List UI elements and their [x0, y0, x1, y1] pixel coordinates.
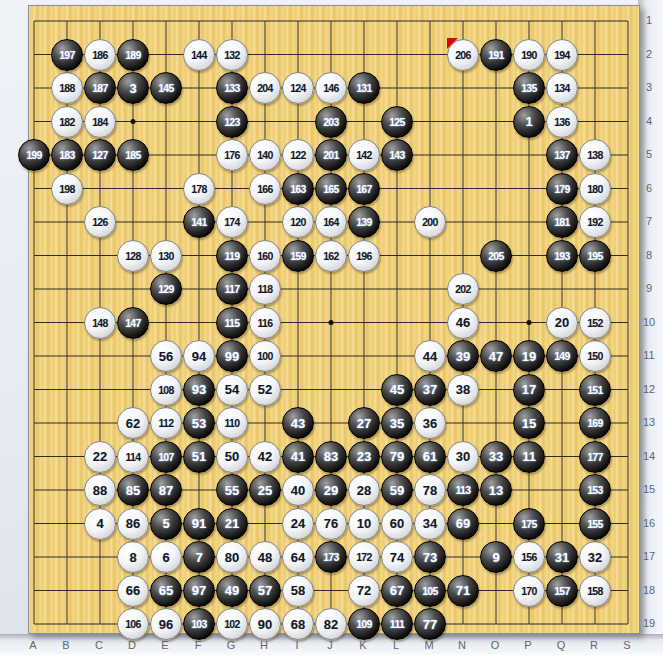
stone-N11: 39 [447, 340, 479, 372]
stone-R14: 177 [579, 441, 611, 473]
stone-G12: 54 [216, 374, 248, 406]
stone-N14: 30 [447, 441, 479, 473]
row-label-11: 11 [643, 349, 654, 361]
stone-F18: 97 [183, 575, 215, 607]
stone-I17: 64 [282, 541, 314, 573]
stone-R18: 158 [579, 575, 611, 607]
row-label-7: 7 [646, 215, 652, 227]
row-label-9: 9 [646, 282, 652, 294]
stone-A5: 199 [18, 139, 50, 171]
stone-G3: 133 [216, 72, 248, 104]
stone-N15: 113 [447, 474, 479, 506]
row-label-3: 3 [646, 81, 652, 93]
stone-J17: 173 [315, 541, 347, 573]
stone-R7: 192 [579, 206, 611, 238]
stone-C15: 88 [84, 474, 116, 506]
stone-E14: 107 [150, 441, 182, 473]
stone-R15: 153 [579, 474, 611, 506]
stone-P17: 156 [513, 541, 545, 573]
stone-Q2: 194 [546, 39, 578, 71]
stone-G7: 174 [216, 206, 248, 238]
stone-P12: 17 [513, 374, 545, 406]
stone-K17: 172 [348, 541, 380, 573]
column-label-I: I [295, 639, 298, 651]
stone-P11: 19 [513, 340, 545, 372]
stone-J19: 82 [315, 608, 347, 640]
stone-N16: 69 [447, 508, 479, 540]
stone-R12: 151 [579, 374, 611, 406]
column-label-C: C [95, 639, 103, 651]
stone-G13: 110 [216, 407, 248, 439]
stone-F14: 51 [183, 441, 215, 473]
stone-D8: 128 [117, 240, 149, 272]
row-label-19: 19 [643, 617, 655, 629]
stone-Q5: 137 [546, 139, 578, 171]
stone-E8: 130 [150, 240, 182, 272]
stone-H19: 90 [249, 608, 281, 640]
stone-L4: 125 [381, 106, 413, 138]
row-label-4: 4 [646, 115, 652, 127]
stone-F17: 7 [183, 541, 215, 573]
stone-B5: 183 [51, 139, 83, 171]
stone-G15: 55 [216, 474, 248, 506]
stone-M19: 77 [414, 608, 446, 640]
stone-I18: 58 [282, 575, 314, 607]
stone-K16: 10 [348, 508, 380, 540]
stone-F2: 144 [183, 39, 215, 71]
stone-P2: 190 [513, 39, 545, 71]
stone-H18: 57 [249, 575, 281, 607]
stone-E18: 65 [150, 575, 182, 607]
stone-E13: 112 [150, 407, 182, 439]
stone-I15: 40 [282, 474, 314, 506]
stone-G17: 80 [216, 541, 248, 573]
stone-D14: 114 [117, 441, 149, 473]
stone-R5: 138 [579, 139, 611, 171]
stone-D13: 62 [117, 407, 149, 439]
stone-Q18: 157 [546, 575, 578, 607]
stone-Q10: 20 [546, 307, 578, 339]
row-label-5: 5 [646, 148, 652, 160]
stone-Q7: 181 [546, 206, 578, 238]
stone-G8: 119 [216, 240, 248, 272]
stone-Q11: 149 [546, 340, 578, 372]
stone-E16: 5 [150, 508, 182, 540]
stone-H15: 25 [249, 474, 281, 506]
stone-H9: 118 [249, 273, 281, 305]
stone-R11: 150 [579, 340, 611, 372]
row-label-12: 12 [643, 383, 655, 395]
stone-G2: 132 [216, 39, 248, 71]
stone-R13: 169 [579, 407, 611, 439]
column-label-L: L [393, 639, 399, 651]
stone-E11: 56 [150, 340, 182, 372]
stone-O15: 13 [480, 474, 512, 506]
last-move-marker [447, 38, 458, 49]
stone-M12: 37 [414, 374, 446, 406]
column-label-G: G [227, 639, 236, 651]
stone-G14: 50 [216, 441, 248, 473]
stone-E19: 96 [150, 608, 182, 640]
stone-B3: 188 [51, 72, 83, 104]
row-label-13: 13 [643, 416, 655, 428]
stone-L17: 74 [381, 541, 413, 573]
stone-M18: 105 [414, 575, 446, 607]
stone-P3: 135 [513, 72, 545, 104]
stone-I3: 124 [282, 72, 314, 104]
column-label-E: E [161, 639, 168, 651]
stone-L14: 79 [381, 441, 413, 473]
stone-N18: 71 [447, 575, 479, 607]
stone-E17: 6 [150, 541, 182, 573]
stone-N12: 38 [447, 374, 479, 406]
stone-J8: 162 [315, 240, 347, 272]
stone-F7: 141 [183, 206, 215, 238]
stone-D15: 85 [117, 474, 149, 506]
row-label-18: 18 [643, 584, 655, 596]
stone-H5: 140 [249, 139, 281, 171]
stone-L16: 60 [381, 508, 413, 540]
stone-I13: 43 [282, 407, 314, 439]
stone-L15: 59 [381, 474, 413, 506]
stone-E9: 129 [150, 273, 182, 305]
stone-I8: 159 [282, 240, 314, 272]
stone-C5: 127 [84, 139, 116, 171]
column-label-R: R [590, 639, 598, 651]
stone-M7: 200 [414, 206, 446, 238]
stone-J3: 146 [315, 72, 347, 104]
stone-E15: 87 [150, 474, 182, 506]
stone-O17: 9 [480, 541, 512, 573]
stone-B2: 197 [51, 39, 83, 71]
stone-G19: 102 [216, 608, 248, 640]
stone-P4: 1 [513, 106, 545, 138]
stone-O2: 191 [480, 39, 512, 71]
stone-R10: 152 [579, 307, 611, 339]
column-label-K: K [359, 639, 366, 651]
stone-M11: 44 [414, 340, 446, 372]
column-label-P: P [524, 639, 531, 651]
stone-B4: 182 [51, 106, 83, 138]
stone-C2: 186 [84, 39, 116, 71]
stone-K19: 109 [348, 608, 380, 640]
stone-K7: 139 [348, 206, 380, 238]
column-label-B: B [62, 639, 69, 651]
stone-J14: 83 [315, 441, 347, 473]
stone-G18: 49 [216, 575, 248, 607]
stone-D10: 147 [117, 307, 149, 339]
stone-O11: 47 [480, 340, 512, 372]
stone-G10: 115 [216, 307, 248, 339]
stone-K6: 167 [348, 173, 380, 205]
stone-F16: 91 [183, 508, 215, 540]
stone-J5: 201 [315, 139, 347, 171]
stone-K18: 72 [348, 575, 380, 607]
row-label-15: 15 [643, 483, 655, 495]
stone-R8: 195 [579, 240, 611, 272]
stone-N10: 46 [447, 307, 479, 339]
stone-D19: 106 [117, 608, 149, 640]
stone-F6: 178 [183, 173, 215, 205]
stone-J16: 76 [315, 508, 347, 540]
stone-M17: 73 [414, 541, 446, 573]
stone-P16: 175 [513, 508, 545, 540]
stone-M15: 78 [414, 474, 446, 506]
stone-H12: 52 [249, 374, 281, 406]
stone-H6: 166 [249, 173, 281, 205]
column-label-H: H [260, 639, 268, 651]
stone-J7: 164 [315, 206, 347, 238]
column-label-J: J [327, 639, 333, 651]
row-label-17: 17 [643, 550, 655, 562]
stone-Q4: 136 [546, 106, 578, 138]
row-label-2: 2 [646, 48, 652, 60]
stone-L19: 111 [381, 608, 413, 640]
stone-M14: 61 [414, 441, 446, 473]
stone-I16: 24 [282, 508, 314, 540]
stone-layer: 1345678910111315171920212223242527282930… [18, 4, 645, 641]
stone-H17: 48 [249, 541, 281, 573]
stone-F13: 53 [183, 407, 215, 439]
stone-E12: 108 [150, 374, 182, 406]
stone-J15: 29 [315, 474, 347, 506]
column-label-O: O [491, 639, 500, 651]
stone-J4: 203 [315, 106, 347, 138]
stone-D2: 189 [117, 39, 149, 71]
stone-K13: 27 [348, 407, 380, 439]
stone-N9: 202 [447, 273, 479, 305]
stone-I14: 41 [282, 441, 314, 473]
column-label-N: N [458, 639, 466, 651]
column-label-D: D [128, 639, 136, 651]
go-board[interactable]: 1345678910111315171920212223242527282930… [28, 5, 640, 634]
stone-F11: 94 [183, 340, 215, 372]
stone-D16: 86 [117, 508, 149, 540]
stone-K8: 196 [348, 240, 380, 272]
stone-P18: 170 [513, 575, 545, 607]
stone-Q3: 134 [546, 72, 578, 104]
row-label-8: 8 [646, 249, 652, 261]
stone-I19: 68 [282, 608, 314, 640]
stone-F19: 103 [183, 608, 215, 640]
stone-B6: 198 [51, 173, 83, 205]
stone-O14: 33 [480, 441, 512, 473]
column-label-F: F [195, 639, 202, 651]
stone-G11: 99 [216, 340, 248, 372]
stone-Q8: 193 [546, 240, 578, 272]
stone-D17: 8 [117, 541, 149, 573]
column-label-A: A [29, 639, 36, 651]
column-label-Q: Q [557, 639, 566, 651]
stone-P13: 15 [513, 407, 545, 439]
column-label-M: M [424, 639, 433, 651]
stone-L12: 45 [381, 374, 413, 406]
stone-C4: 184 [84, 106, 116, 138]
stone-D5: 185 [117, 139, 149, 171]
stone-K14: 23 [348, 441, 380, 473]
stone-F12: 93 [183, 374, 215, 406]
stone-L13: 35 [381, 407, 413, 439]
column-label-S: S [623, 639, 630, 651]
stone-R16: 155 [579, 508, 611, 540]
stone-C7: 126 [84, 206, 116, 238]
stone-C10: 148 [84, 307, 116, 339]
row-label-14: 14 [643, 450, 655, 462]
stone-H11: 100 [249, 340, 281, 372]
stone-Q17: 31 [546, 541, 578, 573]
stone-J6: 165 [315, 173, 347, 205]
stone-K15: 28 [348, 474, 380, 506]
row-label-1: 1 [646, 14, 652, 26]
stone-H3: 204 [249, 72, 281, 104]
stone-K3: 131 [348, 72, 380, 104]
stone-R17: 32 [579, 541, 611, 573]
stone-C16: 4 [84, 508, 116, 540]
stone-G9: 117 [216, 273, 248, 305]
stone-H8: 160 [249, 240, 281, 272]
stone-Q6: 179 [546, 173, 578, 205]
stone-L5: 143 [381, 139, 413, 171]
stone-G16: 21 [216, 508, 248, 540]
stone-M13: 36 [414, 407, 446, 439]
row-label-6: 6 [646, 182, 652, 194]
stone-E3: 145 [150, 72, 182, 104]
stone-D18: 66 [117, 575, 149, 607]
stone-G4: 123 [216, 106, 248, 138]
stone-I7: 120 [282, 206, 314, 238]
stone-I6: 163 [282, 173, 314, 205]
stone-R6: 180 [579, 173, 611, 205]
row-label-16: 16 [643, 517, 655, 529]
stone-O8: 205 [480, 240, 512, 272]
row-label-10: 10 [643, 316, 655, 328]
stone-I5: 122 [282, 139, 314, 171]
stone-D3: 3 [117, 72, 149, 104]
stone-H14: 42 [249, 441, 281, 473]
stone-H10: 116 [249, 307, 281, 339]
stone-L18: 67 [381, 575, 413, 607]
stone-G5: 176 [216, 139, 248, 171]
stone-C14: 22 [84, 441, 116, 473]
stone-C3: 187 [84, 72, 116, 104]
stone-K5: 142 [348, 139, 380, 171]
stone-P14: 11 [513, 441, 545, 473]
stone-M16: 34 [414, 508, 446, 540]
